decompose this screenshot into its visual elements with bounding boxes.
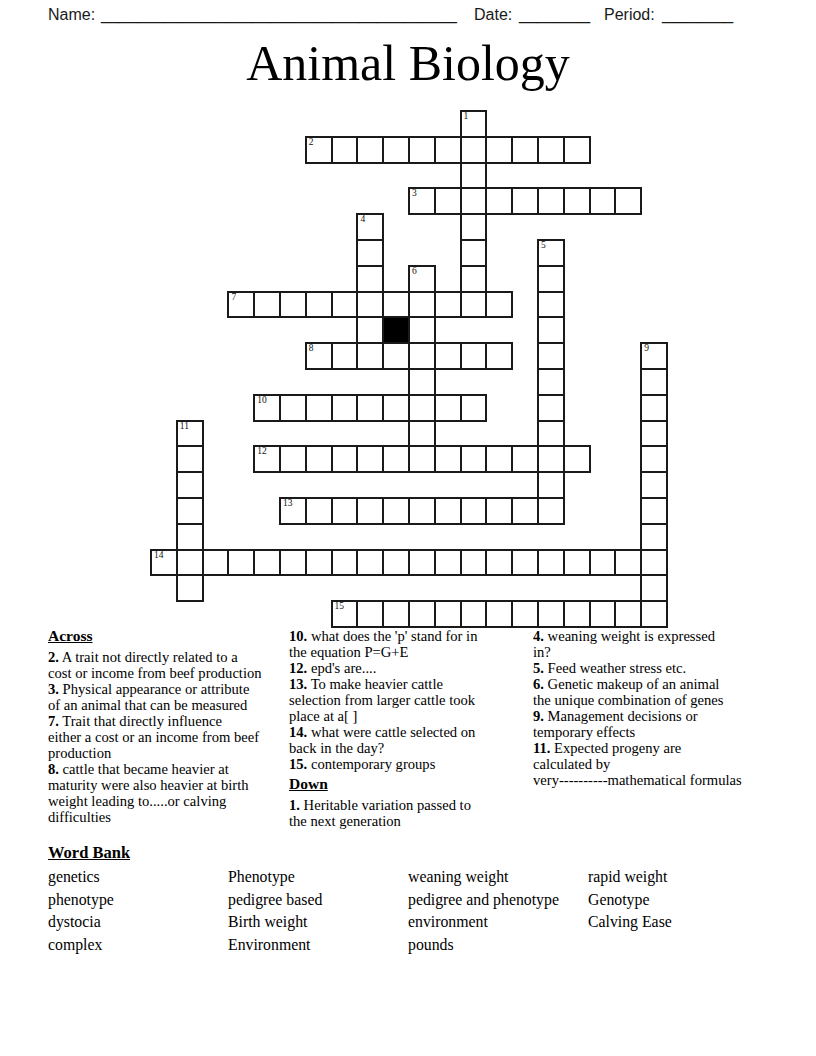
word-bank-item: rapid weight [588, 866, 766, 889]
cell-r15c13[interactable] [485, 497, 513, 525]
word-bank-item: Calving Ease [588, 911, 766, 934]
cell-r17c13[interactable] [485, 549, 513, 577]
clue-down-6: 6. Genetic makeup of an animal the uniqu… [533, 676, 759, 708]
cell-r5c8[interactable] [356, 239, 384, 267]
cell-r11c5[interactable] [279, 394, 307, 422]
cell-r11c6[interactable] [305, 394, 333, 422]
cell-r17c1[interactable] [176, 549, 204, 577]
cell-r13c16[interactable] [563, 445, 591, 473]
clue-number-1: 1 [464, 111, 469, 122]
cell-r15c15[interactable] [537, 497, 565, 525]
cell-r15c11[interactable] [434, 497, 462, 525]
cell-r11c15[interactable] [537, 394, 565, 422]
cell-r6c8[interactable] [356, 265, 384, 293]
cell-r15c1[interactable] [176, 497, 204, 525]
name-blank-line[interactable]: ________________________________________ [101, 6, 457, 24]
cell-r9c15[interactable] [537, 342, 565, 370]
cell-r13c13[interactable] [485, 445, 513, 473]
cell-r11c11[interactable] [434, 394, 462, 422]
clue-number-14: 14 [154, 550, 164, 561]
cell-r0c12[interactable]: 1 [460, 110, 488, 138]
cell-r3c13[interactable] [485, 187, 513, 215]
crossword-grid: 123456789101112131415 [150, 110, 670, 630]
cell-r14c15[interactable] [537, 471, 565, 499]
cell-r5c15[interactable]: 5 [537, 239, 565, 267]
word-bank-column-2: Phenotype pedigree based Birth weight En… [228, 866, 406, 956]
clues-column-middle: 10. what does the 'p' stand for in the e… [289, 628, 507, 829]
cell-r18c1[interactable] [176, 574, 204, 602]
cell-r19c9[interactable] [382, 600, 410, 628]
date-label: Date: [474, 6, 512, 24]
cell-r4c12[interactable] [460, 213, 488, 241]
cell-r11c4[interactable]: 10 [253, 394, 281, 422]
cell-r17c9[interactable] [382, 549, 410, 577]
cell-r11c12[interactable] [460, 394, 488, 422]
word-bank-item: Genotype [588, 889, 766, 912]
cell-r6c12[interactable] [460, 265, 488, 293]
cell-r7c5[interactable] [279, 291, 307, 319]
cell-r2c12[interactable] [460, 162, 488, 190]
cell-r19c12[interactable] [460, 600, 488, 628]
cell-r8c15[interactable] [537, 316, 565, 344]
cell-r1c10[interactable] [408, 136, 436, 164]
clue-number-11: 11 [180, 421, 189, 432]
cell-r7c7[interactable] [331, 291, 359, 319]
cell-r17c12[interactable] [460, 549, 488, 577]
cell-r9c10[interactable] [408, 342, 436, 370]
word-bank-item: phenotype [48, 889, 226, 912]
clue-number-2: 2 [309, 137, 314, 148]
clue-number-9: 9 [644, 343, 649, 354]
clue-number-6: 6 [412, 266, 417, 277]
cell-r17c11[interactable] [434, 549, 462, 577]
cell-r1c12[interactable] [460, 136, 488, 164]
word-bank-item: weaning weight [408, 866, 586, 889]
cell-r7c13[interactable] [485, 291, 513, 319]
cell-r19c7[interactable]: 15 [331, 600, 359, 628]
clue-across-7: 7. Trait that directly influence either … [48, 713, 282, 761]
cell-r17c2[interactable] [202, 549, 230, 577]
cell-r13c7[interactable] [331, 445, 359, 473]
word-bank-item: Birth weight [228, 911, 406, 934]
cell-r9c13[interactable] [485, 342, 513, 370]
word-bank-item: complex [48, 934, 226, 957]
clue-number-5: 5 [541, 240, 546, 251]
cell-r1c7[interactable] [331, 136, 359, 164]
cell-r15c12[interactable] [460, 497, 488, 525]
word-bank-item: genetics [48, 866, 226, 889]
cell-r15c14[interactable] [511, 497, 539, 525]
cell-r7c9[interactable] [382, 291, 410, 319]
cell-r8c8[interactable] [356, 316, 384, 344]
cell-r17c7[interactable] [331, 549, 359, 577]
cell-r14c19[interactable] [640, 471, 668, 499]
word-bank-item: pedigree based [228, 889, 406, 912]
cell-r7c3[interactable]: 7 [227, 291, 255, 319]
cell-r19c19[interactable] [640, 600, 668, 628]
period-blank-line[interactable]: ________ [662, 6, 733, 24]
cell-r3c16[interactable] [563, 187, 591, 215]
cell-r7c11[interactable] [434, 291, 462, 319]
cell-r13c9[interactable] [382, 445, 410, 473]
cell-r11c8[interactable] [356, 394, 384, 422]
clue-number-15: 15 [335, 601, 345, 612]
cell-r13c4[interactable]: 12 [253, 445, 281, 473]
cell-r3c18[interactable] [614, 187, 642, 215]
cell-r3c17[interactable] [589, 187, 617, 215]
word-bank-item: dystocia [48, 911, 226, 934]
cell-r19c10[interactable] [408, 600, 436, 628]
cell-r1c11[interactable] [434, 136, 462, 164]
cell-r13c10[interactable] [408, 445, 436, 473]
clue-number-13: 13 [283, 498, 293, 509]
cell-r11c10[interactable] [408, 394, 436, 422]
clue-down-9: 9. Management decisions or temporary eff… [533, 708, 759, 740]
name-label: Name: [48, 6, 95, 24]
clue-down-11: 11. Expected progeny are calculated by v… [533, 740, 759, 788]
cell-r9c12[interactable] [460, 342, 488, 370]
clue-across-13: 13. To make heavier cattle selection fro… [289, 676, 507, 724]
cell-r19c13[interactable] [485, 600, 513, 628]
clue-number-8: 8 [309, 343, 314, 354]
cell-r1c14[interactable] [511, 136, 539, 164]
clue-down-5: 5. Feed weather stress etc. [533, 660, 759, 676]
cell-r11c19[interactable] [640, 394, 668, 422]
cell-r13c11[interactable] [434, 445, 462, 473]
word-bank-column-4: rapid weight Genotype Calving Ease [588, 866, 766, 934]
worksheet-header: Name: __________________________________… [0, 4, 816, 30]
cell-r11c9[interactable] [382, 394, 410, 422]
cell-r7c10[interactable] [408, 291, 436, 319]
cell-r1c13[interactable] [485, 136, 513, 164]
cell-r15c5[interactable]: 13 [279, 497, 307, 525]
cell-r15c19[interactable] [640, 497, 668, 525]
cell-r17c19[interactable] [640, 549, 668, 577]
cell-r12c15[interactable] [537, 420, 565, 448]
page-title: Animal Biology [0, 34, 816, 92]
black-cell-r8c9 [382, 316, 410, 344]
cell-r13c12[interactable] [460, 445, 488, 473]
clue-number-12: 12 [257, 446, 267, 457]
word-bank-item: pedigree and phenotype [408, 889, 586, 912]
cell-r10c15[interactable] [537, 368, 565, 396]
clue-across-15: 15. contemporary groups [289, 756, 507, 772]
cell-r13c6[interactable] [305, 445, 333, 473]
cell-r19c8[interactable] [356, 600, 384, 628]
clue-number-10: 10 [257, 395, 267, 406]
cell-r4c8[interactable]: 4 [356, 213, 384, 241]
word-bank-item: environment [408, 911, 586, 934]
cell-r1c6[interactable]: 2 [305, 136, 333, 164]
word-bank-item: pounds [408, 934, 586, 957]
date-blank-line[interactable]: ________ [519, 6, 590, 24]
clue-down-4: 4. weaning weight is expressed in? [533, 628, 759, 660]
cell-r17c10[interactable] [408, 549, 436, 577]
word-bank-heading: Word Bank [48, 843, 130, 863]
cell-r16c1[interactable] [176, 523, 204, 551]
cell-r3c14[interactable] [511, 187, 539, 215]
word-bank-column-1: genetics phenotype dystocia complex [48, 866, 226, 956]
cell-r17c5[interactable] [279, 549, 307, 577]
cell-r19c17[interactable] [589, 600, 617, 628]
cell-r17c14[interactable] [511, 549, 539, 577]
cell-r17c6[interactable] [305, 549, 333, 577]
cell-r12c1[interactable]: 11 [176, 420, 204, 448]
cell-r17c8[interactable] [356, 549, 384, 577]
cell-r1c9[interactable] [382, 136, 410, 164]
cell-r7c12[interactable] [460, 291, 488, 319]
clue-across-3: 3. Physical appearance or attribute of a… [48, 681, 282, 713]
cell-r12c10[interactable] [408, 420, 436, 448]
clue-across-10: 10. what does the 'p' stand for in the e… [289, 628, 507, 660]
cell-r9c11[interactable] [434, 342, 462, 370]
clue-across-8: 8. cattle that became heavier at maturit… [48, 761, 282, 825]
cell-r16c19[interactable] [640, 523, 668, 551]
cell-r17c18[interactable] [614, 549, 642, 577]
cell-r17c0[interactable]: 14 [150, 549, 178, 577]
clue-number-4: 4 [360, 214, 365, 225]
worksheet-page: Name: __________________________________… [0, 0, 816, 1056]
cell-r5c12[interactable] [460, 239, 488, 267]
cell-r18c19[interactable] [640, 574, 668, 602]
cell-r10c10[interactable] [408, 368, 436, 396]
cell-r17c15[interactable] [537, 549, 565, 577]
clues-column-right: 4. weaning weight is expressed in? 5. Fe… [533, 628, 759, 788]
cell-r13c15[interactable] [537, 445, 565, 473]
cell-r11c7[interactable] [331, 394, 359, 422]
clue-across-12: 12. epd's are.... [289, 660, 507, 676]
cell-r13c5[interactable] [279, 445, 307, 473]
cell-r14c1[interactable] [176, 471, 204, 499]
cell-r10c19[interactable] [640, 368, 668, 396]
cell-r6c10[interactable]: 6 [408, 265, 436, 293]
clue-down-1: 1. Heritable variation passed to the nex… [289, 797, 507, 829]
cell-r8c10[interactable] [408, 316, 436, 344]
clue-number-3: 3 [412, 188, 417, 199]
cell-r15c6[interactable] [305, 497, 333, 525]
cell-r19c11[interactable] [434, 600, 462, 628]
clue-across-14: 14. what were cattle selected on back in… [289, 724, 507, 756]
cell-r7c6[interactable] [305, 291, 333, 319]
cell-r19c14[interactable] [511, 600, 539, 628]
word-bank-column-3: weaning weight pedigree and phenotype en… [408, 866, 586, 956]
down-heading: Down [289, 776, 507, 792]
cell-r15c9[interactable] [382, 497, 410, 525]
cell-r9c9[interactable] [382, 342, 410, 370]
cell-r19c15[interactable] [537, 600, 565, 628]
clues-column-left: Across 2. A trait not directly related t… [48, 628, 282, 825]
word-bank-item: Environment [228, 934, 406, 957]
cell-r7c4[interactable] [253, 291, 281, 319]
cell-r3c11[interactable] [434, 187, 462, 215]
cell-r17c16[interactable] [563, 549, 591, 577]
cell-r13c14[interactable] [511, 445, 539, 473]
cell-r7c8[interactable] [356, 291, 384, 319]
cell-r13c1[interactable] [176, 445, 204, 473]
cell-r13c8[interactable] [356, 445, 384, 473]
cell-r3c10[interactable]: 3 [408, 187, 436, 215]
clue-across-2: 2. A trait not directly related to a cos… [48, 649, 282, 681]
cell-r9c19[interactable]: 9 [640, 342, 668, 370]
cell-r1c8[interactable] [356, 136, 384, 164]
cell-r15c7[interactable] [331, 497, 359, 525]
cell-r19c18[interactable] [614, 600, 642, 628]
period-label: Period: [604, 6, 655, 24]
cell-r6c15[interactable] [537, 265, 565, 293]
cell-r9c8[interactable] [356, 342, 384, 370]
cell-r15c10[interactable] [408, 497, 436, 525]
cell-r9c6[interactable]: 8 [305, 342, 333, 370]
cell-r19c16[interactable] [563, 600, 591, 628]
cell-r3c15[interactable] [537, 187, 565, 215]
clue-number-7: 7 [231, 292, 236, 303]
cell-r17c4[interactable] [253, 549, 281, 577]
cell-r3c12[interactable] [460, 187, 488, 215]
cell-r7c15[interactable] [537, 291, 565, 319]
cell-r12c19[interactable] [640, 420, 668, 448]
across-heading: Across [48, 628, 282, 644]
cell-r17c3[interactable] [227, 549, 255, 577]
cell-r1c16[interactable] [563, 136, 591, 164]
cell-r15c8[interactable] [356, 497, 384, 525]
cell-r1c15[interactable] [537, 136, 565, 164]
word-bank-item: Phenotype [228, 866, 406, 889]
cell-r9c7[interactable] [331, 342, 359, 370]
cell-r13c19[interactable] [640, 445, 668, 473]
cell-r17c17[interactable] [589, 549, 617, 577]
